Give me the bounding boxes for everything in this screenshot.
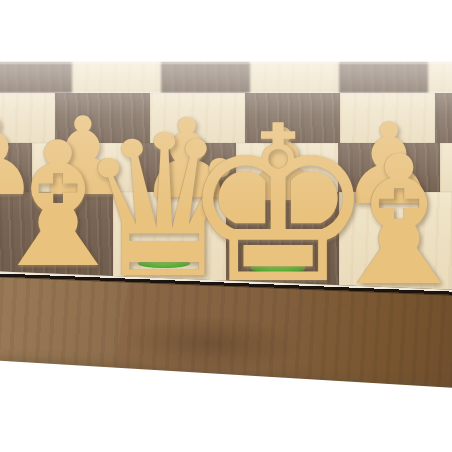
chessboard-product-photo: ♟♟♟♟♟♝♛♚♝ <box>0 0 452 452</box>
square-c4 <box>72 63 161 93</box>
square-g4 <box>428 63 452 93</box>
square-b4 <box>0 63 72 93</box>
